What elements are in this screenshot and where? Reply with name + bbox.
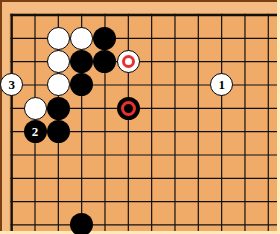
stone-black-circled: [117, 97, 140, 120]
stone-white: [47, 27, 70, 50]
stone-white-move-3: 3: [0, 73, 23, 96]
stone-white: [47, 73, 70, 96]
stone-white: [70, 27, 93, 50]
stone-black-move-2: 2: [24, 120, 47, 143]
stone-black: [47, 120, 70, 143]
stone-black: [93, 50, 116, 73]
stone-black: [93, 27, 116, 50]
move-number-label: 3: [8, 78, 15, 91]
stone-black: [70, 213, 93, 234]
stone-white-circled: [117, 50, 140, 73]
stone-black: [70, 50, 93, 73]
move-number-label: 2: [32, 125, 39, 138]
stone-white: [24, 97, 47, 120]
circle-marker-icon: [121, 101, 136, 116]
stones-layer: 312: [0, 0, 280, 234]
stone-white-move-1: 1: [210, 73, 233, 96]
move-number-label: 1: [218, 78, 225, 91]
stone-black: [47, 97, 70, 120]
stone-black: [70, 73, 93, 96]
go-board-diagram: 312: [0, 0, 280, 234]
circle-marker-icon: [122, 55, 135, 68]
stone-white: [47, 50, 70, 73]
